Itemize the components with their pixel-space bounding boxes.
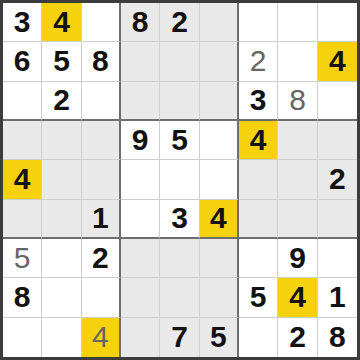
cell-r3c5[interactable] [160,82,199,121]
cell-r7c7[interactable] [239,239,278,278]
cell-r5c1[interactable]: 4 [3,160,42,199]
cell-r6c4[interactable] [121,200,160,239]
cell-r8c2[interactable] [42,278,81,317]
cell-r4c1[interactable] [3,121,42,160]
cell-r1c2[interactable]: 4 [42,3,81,42]
cell-r8c9[interactable]: 1 [318,278,357,317]
cell-r2c9[interactable]: 4 [318,42,357,81]
cell-r4c8[interactable] [278,121,317,160]
cell-r4c6[interactable] [200,121,239,160]
cell-r3c8[interactable]: 8 [278,82,317,121]
cell-r9c7[interactable] [239,318,278,357]
cell-r9c9[interactable]: 8 [318,318,357,357]
cell-r2c4[interactable] [121,42,160,81]
sudoku-board: 34826582423895442134529854147528 [0,0,360,360]
cell-r9c8[interactable]: 2 [278,318,317,357]
cell-r7c5[interactable] [160,239,199,278]
cell-r9c4[interactable] [121,318,160,357]
cell-r4c4[interactable]: 9 [121,121,160,160]
cell-r6c6[interactable]: 4 [200,200,239,239]
cell-r2c8[interactable] [278,42,317,81]
cell-r6c1[interactable] [3,200,42,239]
cell-r6c9[interactable] [318,200,357,239]
cell-r5c5[interactable] [160,160,199,199]
cell-r3c3[interactable] [82,82,121,121]
cell-r5c8[interactable] [278,160,317,199]
cell-r2c2[interactable]: 5 [42,42,81,81]
cell-r4c5[interactable]: 5 [160,121,199,160]
cell-r3c9[interactable] [318,82,357,121]
cell-r6c2[interactable] [42,200,81,239]
cell-r4c7[interactable]: 4 [239,121,278,160]
cell-r1c4[interactable]: 8 [121,3,160,42]
cell-r2c6[interactable] [200,42,239,81]
cell-r7c8[interactable]: 9 [278,239,317,278]
cell-r8c7[interactable]: 5 [239,278,278,317]
cell-r8c5[interactable] [160,278,199,317]
cell-r9c5[interactable]: 7 [160,318,199,357]
cell-r8c8[interactable]: 4 [278,278,317,317]
cell-r1c3[interactable] [82,3,121,42]
cell-r9c3[interactable]: 4 [82,318,121,357]
cell-r8c1[interactable]: 8 [3,278,42,317]
cell-r7c6[interactable] [200,239,239,278]
cell-r5c6[interactable] [200,160,239,199]
cell-r1c5[interactable]: 2 [160,3,199,42]
cell-r4c2[interactable] [42,121,81,160]
cell-r6c7[interactable] [239,200,278,239]
cell-r2c5[interactable] [160,42,199,81]
cell-r9c2[interactable] [42,318,81,357]
cell-r5c9[interactable]: 2 [318,160,357,199]
cell-r1c8[interactable] [278,3,317,42]
cell-r8c6[interactable] [200,278,239,317]
cell-r3c1[interactable] [3,82,42,121]
cell-r8c4[interactable] [121,278,160,317]
cell-r1c6[interactable] [200,3,239,42]
cell-r4c9[interactable] [318,121,357,160]
cell-r9c1[interactable] [3,318,42,357]
cell-r8c3[interactable] [82,278,121,317]
cell-r5c3[interactable] [82,160,121,199]
cell-r1c7[interactable] [239,3,278,42]
cell-r7c1[interactable]: 5 [3,239,42,278]
cell-r3c4[interactable] [121,82,160,121]
cell-r7c4[interactable] [121,239,160,278]
cell-r6c5[interactable]: 3 [160,200,199,239]
cell-r1c1[interactable]: 3 [3,3,42,42]
cell-r2c7[interactable]: 2 [239,42,278,81]
cell-r6c3[interactable]: 1 [82,200,121,239]
cell-r5c7[interactable] [239,160,278,199]
cell-r2c1[interactable]: 6 [3,42,42,81]
cell-r6c8[interactable] [278,200,317,239]
cell-r3c6[interactable] [200,82,239,121]
cell-r2c3[interactable]: 8 [82,42,121,81]
cell-r5c2[interactable] [42,160,81,199]
cell-r7c9[interactable] [318,239,357,278]
cell-r3c2[interactable]: 2 [42,82,81,121]
cell-r4c3[interactable] [82,121,121,160]
cell-r5c4[interactable] [121,160,160,199]
cell-r3c7[interactable]: 3 [239,82,278,121]
cell-r1c9[interactable] [318,3,357,42]
cell-r7c3[interactable]: 2 [82,239,121,278]
cell-r9c6[interactable]: 5 [200,318,239,357]
cell-r7c2[interactable] [42,239,81,278]
